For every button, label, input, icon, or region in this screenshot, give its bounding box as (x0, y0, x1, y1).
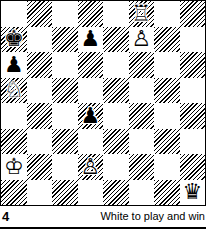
square-g5[interactable] (154, 78, 180, 104)
black-pawn[interactable]: ♟ (80, 28, 100, 50)
square-f3[interactable] (129, 129, 155, 155)
square-e1[interactable] (103, 180, 129, 206)
square-e7[interactable] (103, 27, 129, 53)
square-c2[interactable] (52, 154, 78, 180)
bottom-rule (0, 227, 206, 229)
square-b6[interactable] (27, 52, 53, 78)
square-g4[interactable] (154, 103, 180, 129)
square-h7[interactable] (180, 27, 206, 53)
chess-diagram-page: ♖♚♟♙♟♘♟♔♙♛ 4 White to play and win (0, 0, 206, 232)
square-g8[interactable] (154, 1, 180, 27)
square-a8[interactable] (1, 1, 27, 27)
square-h1[interactable]: ♛ (180, 180, 206, 206)
caption-bar: 4 White to play and win (0, 206, 206, 226)
square-d3[interactable] (78, 129, 104, 155)
square-d4[interactable]: ♟ (78, 103, 104, 129)
white-rook[interactable]: ♖ (131, 3, 151, 25)
white-king[interactable]: ♔ (4, 156, 24, 178)
square-c1[interactable] (52, 180, 78, 206)
square-f2[interactable] (129, 154, 155, 180)
square-h8[interactable] (180, 1, 206, 27)
square-c7[interactable] (52, 27, 78, 53)
black-pawn[interactable]: ♟ (4, 54, 24, 76)
square-c8[interactable] (52, 1, 78, 27)
square-d6[interactable] (78, 52, 104, 78)
white-pawn[interactable]: ♙ (131, 28, 151, 50)
white-knight[interactable]: ♘ (4, 79, 24, 101)
square-e8[interactable] (103, 1, 129, 27)
puzzle-number: 4 (2, 209, 9, 224)
square-f4[interactable] (129, 103, 155, 129)
square-d7[interactable]: ♟ (78, 27, 104, 53)
square-b3[interactable] (27, 129, 53, 155)
square-c6[interactable] (52, 52, 78, 78)
square-f6[interactable] (129, 52, 155, 78)
caption-text: White to play and win (100, 210, 205, 222)
square-g3[interactable] (154, 129, 180, 155)
square-d2[interactable]: ♙ (78, 154, 104, 180)
square-b5[interactable] (27, 78, 53, 104)
square-e4[interactable] (103, 103, 129, 129)
square-a6[interactable]: ♟ (1, 52, 27, 78)
square-f5[interactable] (129, 78, 155, 104)
black-queen[interactable]: ♛ (182, 181, 202, 203)
square-h3[interactable] (180, 129, 206, 155)
square-b1[interactable] (27, 180, 53, 206)
square-a4[interactable] (1, 103, 27, 129)
square-d5[interactable] (78, 78, 104, 104)
square-c5[interactable] (52, 78, 78, 104)
square-a2[interactable]: ♔ (1, 154, 27, 180)
square-a5[interactable]: ♘ (1, 78, 27, 104)
square-e5[interactable] (103, 78, 129, 104)
square-b2[interactable] (27, 154, 53, 180)
square-h5[interactable] (180, 78, 206, 104)
square-g1[interactable] (154, 180, 180, 206)
square-g7[interactable] (154, 27, 180, 53)
square-f8[interactable]: ♖ (129, 1, 155, 27)
square-e2[interactable] (103, 154, 129, 180)
square-c4[interactable] (52, 103, 78, 129)
square-a1[interactable] (1, 180, 27, 206)
square-d8[interactable] (78, 1, 104, 27)
square-e6[interactable] (103, 52, 129, 78)
square-b7[interactable] (27, 27, 53, 53)
square-g2[interactable] (154, 154, 180, 180)
square-e3[interactable] (103, 129, 129, 155)
square-a7[interactable]: ♚ (1, 27, 27, 53)
white-pawn[interactable]: ♙ (80, 156, 100, 178)
square-d1[interactable] (78, 180, 104, 206)
square-f7[interactable]: ♙ (129, 27, 155, 53)
square-g6[interactable] (154, 52, 180, 78)
square-h2[interactable] (180, 154, 206, 180)
black-king[interactable]: ♚ (4, 28, 24, 50)
square-b8[interactable] (27, 1, 53, 27)
square-h6[interactable] (180, 52, 206, 78)
chess-board: ♖♚♟♙♟♘♟♔♙♛ (0, 0, 206, 206)
square-c3[interactable] (52, 129, 78, 155)
square-a3[interactable] (1, 129, 27, 155)
square-h4[interactable] (180, 103, 206, 129)
black-pawn[interactable]: ♟ (80, 105, 100, 127)
square-b4[interactable] (27, 103, 53, 129)
square-f1[interactable] (129, 180, 155, 206)
